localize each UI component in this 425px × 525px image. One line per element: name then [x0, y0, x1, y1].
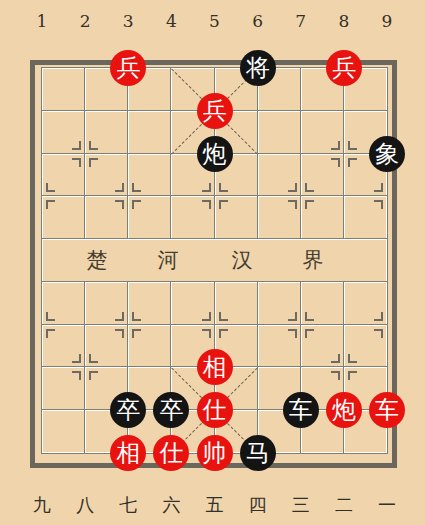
red-elephant-piece[interactable]: 相 [197, 349, 233, 385]
black-general-piece[interactable]: 将 [240, 50, 276, 86]
position-marker [115, 183, 141, 209]
top-file-label-8: 8 [338, 11, 349, 31]
bottom-file-label-5: 五 [206, 493, 224, 517]
position-marker [288, 312, 314, 338]
black-horse-piece[interactable]: 马 [240, 435, 276, 471]
bottom-file-label-1: 九 [33, 493, 51, 517]
position-marker [72, 354, 98, 380]
red-advisor-piece[interactable]: 仕 [197, 392, 233, 428]
red-general-piece[interactable]: 帅 [197, 435, 233, 471]
top-file-label-9: 9 [382, 11, 393, 31]
river-label: 楚 [87, 246, 108, 274]
top-file-label-3: 3 [123, 11, 134, 31]
position-marker [202, 312, 228, 338]
river-label: 河 [158, 246, 179, 274]
position-marker [374, 312, 400, 338]
bottom-file-label-9: 一 [378, 493, 396, 517]
board-cell [42, 68, 85, 111]
board-cell [128, 111, 171, 154]
top-file-label-6: 6 [252, 11, 263, 31]
position-marker [29, 183, 55, 209]
position-marker [374, 183, 400, 209]
bottom-file-label-7: 三 [292, 493, 310, 517]
red-soldier-piece[interactable]: 兵 [197, 93, 233, 129]
red-chariot-piece[interactable]: 车 [369, 392, 405, 428]
position-marker [288, 183, 314, 209]
top-file-label-5: 5 [209, 11, 220, 31]
black-chariot-piece[interactable]: 车 [283, 392, 319, 428]
top-file-label-2: 2 [80, 11, 91, 31]
red-soldier-piece[interactable]: 兵 [326, 50, 362, 86]
red-cannon-piece[interactable]: 炮 [326, 392, 362, 428]
red-soldier-piece[interactable]: 兵 [110, 50, 146, 86]
position-marker [202, 183, 228, 209]
bottom-file-label-3: 七 [119, 493, 137, 517]
board-cell [258, 111, 301, 154]
bottom-file-label-6: 四 [249, 493, 267, 517]
position-marker [29, 312, 55, 338]
xiangqi-board-page: 123456789 楚 河 汉 界 兵将兵兵炮象相卒卒仕车炮车相仕帅马 九八七六… [0, 0, 425, 525]
position-marker [331, 141, 357, 167]
position-marker [72, 141, 98, 167]
bottom-file-label-8: 二 [335, 493, 353, 517]
position-marker [331, 354, 357, 380]
board-cell [42, 410, 85, 453]
river-label: 汉 [232, 246, 253, 274]
top-file-label-1: 1 [37, 11, 48, 31]
black-cannon-piece[interactable]: 炮 [197, 136, 233, 172]
river-label: 界 [303, 246, 324, 274]
top-file-label-4: 4 [166, 11, 177, 31]
position-marker [115, 312, 141, 338]
red-elephant-piece[interactable]: 相 [110, 435, 146, 471]
black-elephant-piece[interactable]: 象 [369, 136, 405, 172]
bottom-file-label-4: 六 [162, 493, 180, 517]
top-file-label-7: 7 [295, 11, 306, 31]
bottom-file-label-2: 八 [76, 493, 94, 517]
